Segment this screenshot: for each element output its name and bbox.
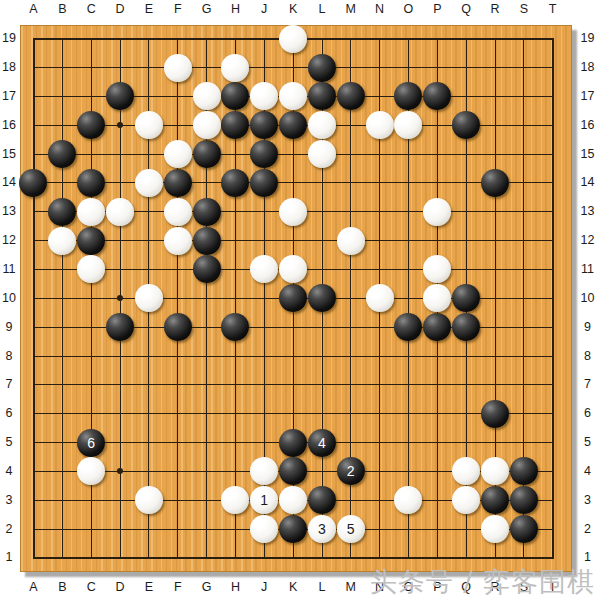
stone-black-A14 [19,169,47,197]
stone-white-J17 [250,82,278,110]
stone-white-N16 [366,111,394,139]
stone-white-F15 [164,140,192,168]
stone-black-O9 [394,313,422,341]
stone-black-K10 [279,284,307,312]
coordinate-label: 12 [0,226,18,255]
stone-black-G15 [193,140,221,168]
stone-white-G17 [193,82,221,110]
stone-white-F13 [164,198,192,226]
coordinate-label: 13 [577,197,598,226]
coordinate-label: 14 [577,168,598,197]
stone-white-F18 [164,54,192,82]
coordinate-label: 18 [0,53,18,82]
stone-black-J15 [250,140,278,168]
move-number: 4 [318,435,326,451]
stone-white-E16 [135,111,163,139]
coordinate-label: H [221,2,250,16]
coordinate-label: 19 [577,24,598,53]
coordinate-label: 16 [577,111,598,140]
stone-black-P9 [423,313,451,341]
coordinate-label: C [77,580,106,594]
coordinate-label: 11 [0,255,18,284]
coordinate-label: 8 [577,342,598,371]
coordinate-label: 12 [577,226,598,255]
coordinate-label: D [106,2,135,16]
coordinate-label: 16 [0,111,18,140]
coordinate-label: G [192,580,221,594]
stone-black-K2 [279,515,307,543]
stone-black-R6 [481,400,509,428]
stone-white-K3 [279,486,307,514]
stone-black-S4 [510,457,538,485]
stone-black-J16 [250,111,278,139]
coordinate-label: B [48,2,77,16]
stone-black-F9 [164,313,192,341]
stone-white-R2 [481,515,509,543]
move-number: 5 [347,521,355,537]
coordinate-label: N [365,2,394,16]
stone-black-S2 [510,515,538,543]
row-labels-right: 19181716151413121110987654321 [577,24,598,572]
move-number: 6 [87,435,95,451]
stone-white-E3 [135,486,163,514]
coordinate-label: 10 [0,284,18,313]
stone-black-L10 [308,284,336,312]
coordinate-label: 6 [0,399,18,428]
stone-black-H16 [221,111,249,139]
coordinate-label: 2 [577,515,598,544]
go-diagram: 642135 ABCDEFGHJKLMNOPQRST ABCDEFGHJKLMN… [0,0,600,600]
stone-white-O16 [394,111,422,139]
stone-white-D13 [106,198,134,226]
stone-black-S3 [510,486,538,514]
coordinate-label: L [308,580,337,594]
coordinate-label: 9 [0,313,18,342]
coordinate-label: 1 [0,543,18,572]
stone-black-B15 [48,140,76,168]
coordinate-label: B [48,580,77,594]
stone-white-G16 [193,111,221,139]
coordinate-label: 2 [0,515,18,544]
stone-white-J3: 1 [250,486,278,514]
coordinate-label: T [538,2,567,16]
watermark: 头条号 / 弈客围棋 [370,564,595,600]
stone-white-M12 [337,227,365,255]
stone-black-G13 [193,198,221,226]
coordinate-label: 9 [577,313,598,342]
stone-black-K16 [279,111,307,139]
stone-black-C16 [77,111,105,139]
coordinate-label: J [250,580,279,594]
stone-white-E10 [135,284,163,312]
stone-white-B12 [48,227,76,255]
stone-white-K13 [279,198,307,226]
coordinate-label: 5 [0,428,18,457]
coordinate-label: L [308,2,337,16]
stone-black-F14 [164,169,192,197]
stone-white-P11 [423,255,451,283]
stone-black-C5: 6 [77,429,105,457]
stone-white-R4 [481,457,509,485]
stone-white-N10 [366,284,394,312]
stone-white-J4 [250,457,278,485]
stone-white-F12 [164,227,192,255]
coordinate-label: 15 [0,140,18,169]
stone-white-J11 [250,255,278,283]
stone-white-H3 [221,486,249,514]
coordinate-label: F [163,580,192,594]
stone-white-L15 [308,140,336,168]
coordinate-label: 17 [577,82,598,111]
coordinate-label: F [163,2,192,16]
stone-black-J14 [250,169,278,197]
coordinate-label: 6 [577,399,598,428]
stone-white-C13 [77,198,105,226]
coordinate-label: M [336,2,365,16]
stone-black-D17 [106,82,134,110]
stone-black-L18 [308,54,336,82]
coordinate-label: 18 [577,53,598,82]
coordinate-label: R [481,2,510,16]
stone-white-K19 [279,25,307,53]
stone-white-K17 [279,82,307,110]
coordinate-label: 13 [0,197,18,226]
stone-white-O3 [394,486,422,514]
coordinate-label: 4 [577,457,598,486]
coordinate-label: 3 [577,486,598,515]
coordinate-label: 7 [0,370,18,399]
stone-black-H9 [221,313,249,341]
coordinate-label: G [192,2,221,16]
coordinate-label: 10 [577,284,598,313]
stone-black-Q9 [452,313,480,341]
stone-white-Q4 [452,457,480,485]
stone-black-C12 [77,227,105,255]
coordinate-label: D [106,580,135,594]
coordinate-label: Q [452,2,481,16]
coordinate-label: 11 [577,255,598,284]
stone-white-L16 [308,111,336,139]
stone-white-K11 [279,255,307,283]
stone-white-P13 [423,198,451,226]
stone-black-G11 [193,255,221,283]
stone-black-R14 [481,169,509,197]
move-number: 2 [347,463,355,479]
stone-black-D9 [106,313,134,341]
coordinate-label: J [250,2,279,16]
stone-black-M17 [337,82,365,110]
stone-black-L3 [308,486,336,514]
stone-black-O17 [394,82,422,110]
coordinate-label: 7 [577,370,598,399]
stone-black-R3 [481,486,509,514]
move-number: 3 [318,521,326,537]
coordinate-label: O [394,2,423,16]
stone-white-H18 [221,54,249,82]
coordinate-label: 3 [0,486,18,515]
stone-black-H17 [221,82,249,110]
coordinate-label: 8 [0,342,18,371]
stone-white-M2: 5 [337,515,365,543]
stone-black-Q16 [452,111,480,139]
coordinate-label: 15 [577,140,598,169]
stone-black-G12 [193,227,221,255]
coordinate-label: C [77,2,106,16]
stone-black-K5 [279,429,307,457]
stone-white-C4 [77,457,105,485]
column-labels-top: ABCDEFGHJKLMNOPQRST [19,2,567,16]
coordinate-label: A [19,580,48,594]
stone-black-K4 [279,457,307,485]
stone-black-L17 [308,82,336,110]
stone-black-Q10 [452,284,480,312]
coordinate-label: S [509,2,538,16]
stone-black-B13 [48,198,76,226]
stone-white-E14 [135,169,163,197]
stone-white-C11 [77,255,105,283]
coordinate-label: M [336,580,365,594]
stone-white-L2: 3 [308,515,336,543]
stone-white-J2 [250,515,278,543]
coordinate-label: 19 [0,24,18,53]
row-labels-left: 19181716151413121110987654321 [0,24,18,572]
stone-black-H14 [221,169,249,197]
stone-white-P10 [423,284,451,312]
coordinate-label: A [19,2,48,16]
coordinate-label: K [279,2,308,16]
coordinate-label: E [134,580,163,594]
coordinate-label: 4 [0,457,18,486]
move-number: 1 [260,492,268,508]
stones-layer: 642135 [19,24,567,572]
coordinate-label: 5 [577,428,598,457]
stone-white-Q3 [452,486,480,514]
coordinate-label: 14 [0,168,18,197]
coordinate-label: E [134,2,163,16]
coordinate-label: 17 [0,82,18,111]
coordinate-label: P [423,2,452,16]
stone-black-M4: 2 [337,457,365,485]
coordinate-label: K [279,580,308,594]
coordinate-label: H [221,580,250,594]
stone-black-P17 [423,82,451,110]
stone-black-C14 [77,169,105,197]
stone-black-L5: 4 [308,429,336,457]
